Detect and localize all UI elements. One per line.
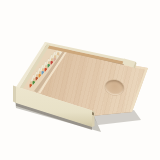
product-photo-pencil-box [0, 0, 160, 160]
